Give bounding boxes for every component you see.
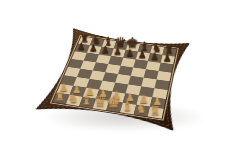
square: ♜: [148, 107, 164, 119]
square: ♚: [106, 101, 123, 113]
piece-white-pawn: ♟: [152, 96, 162, 107]
square: [159, 63, 174, 73]
piece-white-pawn: ♟: [139, 94, 149, 105]
piece-white-pawn: ♟: [59, 83, 68, 93]
piece-white-knight: ♞: [135, 103, 146, 115]
piece-white-pawn: ♟: [85, 87, 94, 97]
piece-white-rook: ♜: [54, 91, 64, 103]
square: [99, 81, 115, 92]
piece-white-pawn: ♟: [98, 88, 107, 99]
product-photo: ♜♞♝♛♚♝♞♜♟♟♟♟♟♟♟♟♟♟♟♟♟♟♟♟♜♞♝♛♚♝♞♜: [0, 0, 240, 150]
piece-white-pawn: ♟: [125, 92, 135, 103]
